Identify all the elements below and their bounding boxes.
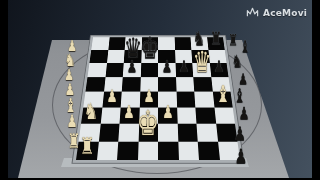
captured-black-rook: ♜ — [228, 33, 238, 48]
square-f3[interactable] — [177, 107, 197, 124]
square-f4[interactable] — [176, 92, 195, 108]
square-c1[interactable] — [117, 141, 138, 160]
square-b3[interactable] — [100, 107, 120, 124]
square-e5[interactable] — [158, 77, 176, 92]
black-pawn-c6[interactable]: ♟ — [127, 59, 137, 75]
square-g4[interactable] — [194, 92, 214, 108]
white-knight-a3[interactable]: ♞ — [84, 100, 98, 122]
square-e2[interactable] — [158, 124, 178, 142]
captured-black-pawn: ♟ — [235, 146, 248, 166]
white-pawn-e3[interactable]: ♟ — [162, 104, 173, 122]
white-rook-a1[interactable]: ♜ — [80, 135, 95, 158]
square-b7[interactable] — [107, 50, 125, 63]
square-b8[interactable] — [108, 37, 126, 49]
square-g1[interactable] — [198, 141, 220, 160]
black-pawn-h6[interactable]: ♟ — [214, 59, 224, 75]
square-a8[interactable] — [91, 37, 109, 49]
square-f5[interactable] — [176, 77, 195, 92]
captured-white-rook: ♜ — [68, 131, 81, 151]
square-e1[interactable] — [158, 141, 179, 160]
square-g5[interactable] — [193, 77, 212, 92]
square-g2[interactable] — [196, 124, 217, 142]
square-e8[interactable] — [158, 37, 175, 49]
black-pawn-e6[interactable]: ♟ — [161, 59, 171, 75]
acemovi-logo-icon — [246, 6, 259, 19]
white-pawn-c3[interactable]: ♟ — [124, 104, 135, 122]
square-f2[interactable] — [177, 124, 197, 142]
watermark-label: AceMovi — [263, 8, 307, 18]
white-pawn-b4[interactable]: ♟ — [106, 88, 117, 105]
square-b1[interactable] — [97, 141, 119, 160]
square-a6[interactable] — [88, 63, 107, 77]
square-b2[interactable] — [98, 124, 119, 142]
square-h3[interactable] — [214, 107, 235, 124]
captured-black-knight: ♞ — [232, 53, 243, 70]
black-pawn-f6[interactable]: ♟ — [179, 59, 189, 75]
square-c2[interactable] — [118, 124, 138, 142]
white-king-d2[interactable]: ♚ — [137, 106, 159, 141]
white-queen-g6[interactable]: ♛ — [192, 48, 211, 77]
captured-black-pawn: ♟ — [234, 124, 246, 143]
letterbox-right — [312, 0, 320, 180]
white-bishop-h4[interactable]: ♝ — [215, 82, 230, 106]
square-a7[interactable] — [89, 50, 108, 63]
black-king-d7[interactable]: ♚ — [140, 33, 159, 63]
captured-black-bishop: ♝ — [234, 86, 246, 105]
black-rook-h8[interactable]: ♜ — [210, 30, 222, 49]
square-f1[interactable] — [178, 141, 199, 160]
square-b6[interactable] — [105, 63, 124, 77]
letterbox-left — [0, 0, 8, 180]
square-d1[interactable] — [138, 141, 159, 160]
square-g3[interactable] — [195, 107, 215, 124]
square-c5[interactable] — [122, 77, 141, 92]
square-a5[interactable] — [85, 77, 105, 92]
square-f8[interactable] — [174, 37, 191, 49]
scene-background: AceMovi — [8, 0, 312, 178]
watermark: AceMovi — [246, 6, 307, 19]
letterbox-bottom — [0, 178, 320, 180]
captured-black-pawn: ♟ — [239, 105, 250, 122]
